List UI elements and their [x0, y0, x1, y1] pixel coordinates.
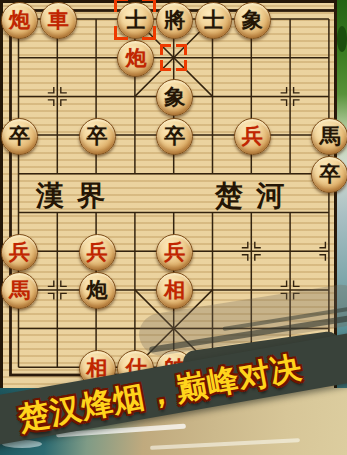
plant-leaf [337, 26, 347, 52]
piece-red-兵[interactable]: 兵 [234, 118, 271, 155]
piece-glyph: 兵 [164, 241, 185, 262]
piece-red-兵[interactable]: 兵 [156, 234, 193, 271]
piece-black-炮[interactable]: 炮 [79, 272, 116, 309]
piece-glyph: 卒 [164, 125, 185, 146]
piece-glyph: 炮 [87, 279, 108, 300]
piece-glyph: 卒 [87, 125, 108, 146]
piece-red-車[interactable]: 車 [40, 2, 77, 39]
piece-glyph: 相 [87, 357, 108, 378]
piece-black-將[interactable]: 將 [156, 2, 193, 39]
sea-foam [150, 438, 300, 450]
piece-glyph: 兵 [87, 241, 108, 262]
piece-glyph: 馬 [9, 279, 30, 300]
piece-black-卒[interactable]: 卒 [311, 156, 347, 193]
piece-black-卒[interactable]: 卒 [156, 118, 193, 155]
piece-red-炮[interactable]: 炮 [1, 2, 38, 39]
piece-black-士[interactable]: 士 [195, 2, 232, 39]
piece-glyph: 士 [203, 9, 224, 30]
piece-glyph: 車 [48, 9, 69, 30]
piece-glyph: 炮 [125, 47, 146, 68]
piece-glyph: 炮 [9, 9, 30, 30]
piece-glyph: 卒 [9, 125, 30, 146]
piece-black-卒[interactable]: 卒 [79, 118, 116, 155]
piece-glyph: 相 [164, 279, 185, 300]
piece-black-卒[interactable]: 卒 [1, 118, 38, 155]
river-label-hanjie: 漢界 [36, 177, 118, 215]
piece-glyph: 馬 [319, 125, 340, 146]
piece-red-兵[interactable]: 兵 [1, 234, 38, 271]
game-screen: 漢界 楚河 炮車士將士象炮象卒卒卒兵馬卒兵兵兵馬炮相相仕帥仕馬 楚汉烽烟，巅峰对… [0, 0, 347, 455]
piece-glyph: 象 [242, 9, 263, 30]
piece-black-象[interactable]: 象 [156, 79, 193, 116]
piece-glyph: 象 [164, 86, 185, 107]
piece-black-象[interactable]: 象 [234, 2, 271, 39]
selected-piece-bracket [114, 0, 156, 40]
piece-glyph: 兵 [9, 241, 30, 262]
piece-glyph: 將 [164, 9, 185, 30]
piece-red-兵[interactable]: 兵 [79, 234, 116, 271]
piece-black-馬[interactable]: 馬 [311, 118, 347, 155]
piece-glyph: 兵 [242, 125, 263, 146]
move-origin-marker [160, 44, 187, 71]
piece-glyph: 卒 [319, 163, 340, 184]
river-label-chuhe: 楚河 [215, 177, 297, 215]
